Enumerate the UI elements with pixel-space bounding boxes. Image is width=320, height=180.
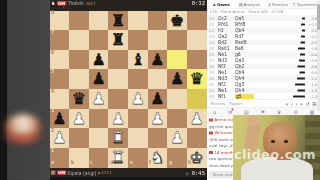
panel-scrollbar[interactable] (317, 1, 320, 111)
move-number: 28. (209, 64, 218, 69)
analysis-tab-icon: ▤ (238, 2, 242, 7)
file-label-f: f (149, 161, 151, 165)
black-move[interactable]: Qa5 (235, 16, 252, 21)
square-c7[interactable] (89, 30, 109, 50)
vcr-last[interactable]: » (300, 101, 303, 107)
square-b6[interactable] (69, 50, 89, 70)
white-rook-d2[interactable]: ♜ (108, 128, 128, 148)
square-d2[interactable]: ♜ (108, 128, 128, 148)
bottom-title-badge: GM (57, 170, 66, 175)
square-b7[interactable] (69, 30, 89, 50)
chess-board[interactable]: ♜♚♜♟♝♟♟♟♛♛♟♟♟♟♟♟♟♟♟♜♟♜♞♚87654321abcdefgh (50, 11, 207, 168)
vcr-controls: «‹›»↺⊞ (285, 101, 316, 107)
eval-value: -2.3 (305, 95, 317, 99)
notification-dot (231, 109, 233, 111)
white-pawn-b3[interactable]: ♟ (69, 109, 89, 129)
rank-label-5: 5 (51, 70, 54, 74)
square-g6[interactable] (167, 50, 187, 70)
panel-tabs: ♟Game▤Analysis♙Practice♖Tournament (207, 0, 320, 9)
move-number: 33. (209, 94, 218, 99)
export-button[interactable]: Export (229, 101, 242, 106)
white-move[interactable]: Nf2 (218, 82, 235, 87)
square-h7[interactable] (187, 30, 207, 50)
square-h6[interactable] (187, 50, 207, 70)
move-number: 21. (209, 22, 218, 27)
eval-bar (301, 24, 305, 26)
eval-value: 0.0 (305, 17, 317, 21)
white-move[interactable]: Ne1 (218, 70, 235, 75)
rank-label-1: 1 (51, 149, 54, 153)
square-f7[interactable] (148, 30, 168, 50)
white-move[interactable]: Qe2 (218, 34, 235, 39)
square-c5[interactable]: ♟ (89, 69, 109, 89)
black-queen-b4[interactable]: ♛ (69, 89, 89, 109)
black-king-g8[interactable]: ♚ (167, 11, 187, 31)
move-list: 20.Qc2Qa50.021.Rfd1Rfd8+0.222.h3Qb40.023… (207, 16, 320, 100)
vcr-next[interactable]: › (295, 101, 297, 107)
vcr-expand[interactable]: ⊞ (312, 101, 316, 107)
black-move[interactable]: Qh4 (235, 88, 252, 93)
watermark: clideo.com (234, 147, 316, 162)
file-label-b: b (71, 161, 74, 165)
vcr-replay[interactable]: ↺ (305, 101, 309, 107)
square-c4[interactable]: ♟ (89, 89, 109, 109)
white-move[interactable]: Qc2 (218, 16, 235, 21)
square-g4[interactable] (167, 89, 187, 109)
review-button[interactable]: Review (211, 101, 225, 106)
bottom-clock: ◔ 0:45 (185, 169, 206, 176)
move-number: 30. (209, 76, 218, 81)
grid-icon[interactable]: ▦ (309, 109, 314, 115)
square-h2[interactable] (187, 128, 207, 148)
black-bishop-e6[interactable]: ♝ (128, 50, 148, 70)
black-move[interactable]: Rfd8 (235, 22, 252, 27)
square-d7[interactable]: ♜ (108, 30, 128, 50)
black-rook-d8[interactable]: ♜ (108, 11, 128, 31)
black-move[interactable]: Qb4 (235, 28, 252, 33)
eval-value: -0.9 (305, 65, 317, 69)
move-number: 22. (209, 28, 218, 33)
square-e2[interactable] (128, 128, 148, 148)
square-e3[interactable] (128, 109, 148, 129)
streamer-hand (247, 116, 259, 126)
square-f8[interactable] (148, 11, 168, 31)
file-label-c: c (90, 161, 93, 165)
square-f6[interactable]: ♟ (148, 50, 168, 70)
bottom-player-rating: 2712 (101, 170, 111, 175)
stream-frame: ♞ GM Thalvik 2657 0:32 ♗ ♘ ♜♚♜♟♝♟♟♟♛♛♟♟♟… (0, 0, 320, 180)
practice-tab-icon: ♙ (267, 2, 271, 7)
eval-bar (300, 54, 305, 56)
clock-icon: ◔ (185, 170, 188, 175)
eval-value: 0.0 (305, 29, 317, 33)
eval-value: -1.0 (305, 89, 317, 93)
eval-bar (299, 72, 305, 74)
rank-label-8: 8 (51, 11, 54, 15)
eval-bar (297, 66, 305, 68)
eval-value: -0.4 (305, 53, 317, 57)
avatar (51, 170, 56, 175)
eval-bar (300, 42, 305, 44)
bottom-player-bar: GM Kipala (angi) 2712 ◔ 0:45 (50, 168, 207, 178)
bottom-player-name[interactable]: Kipala (angi) (67, 170, 95, 175)
eval-bar (298, 48, 305, 50)
eval-bar (299, 60, 305, 62)
square-d3[interactable]: ♟ (108, 109, 128, 129)
black-move[interactable]: Qb2 (235, 64, 252, 69)
eval-value: -0.5 (305, 71, 317, 75)
black-move[interactable]: Qa3 (235, 58, 252, 63)
home-icon[interactable]: ⌂ (212, 109, 215, 115)
settings-icon[interactable]: ⚙ (293, 109, 297, 115)
square-e6[interactable]: ♝ (128, 50, 148, 70)
white-pawn-d3[interactable]: ♟ (108, 109, 128, 129)
eval-value: -0.3 (305, 41, 317, 45)
square-b8[interactable] (69, 11, 89, 31)
black-pawn-f6[interactable]: ♟ (148, 50, 168, 70)
eval-value: -1.1 (305, 77, 317, 81)
white-pawn-c4[interactable]: ♟ (89, 89, 109, 109)
move-number: 29. (209, 70, 218, 75)
square-f3[interactable]: ♟ (148, 109, 168, 129)
square-e7[interactable] (128, 30, 148, 50)
game-header: 216. Titled Arena · Game 4/6 · 07:08 (207, 9, 320, 16)
rank-label-7: 7 (51, 31, 54, 35)
white-move[interactable]: Rfd1 (218, 22, 235, 27)
white-move[interactable]: Ne1 (218, 88, 235, 93)
black-move[interactable]: Qg3 (235, 82, 252, 87)
black-move[interactable]: g6 (235, 52, 252, 57)
white-move[interactable]: Nf2 (218, 64, 235, 69)
white-move[interactable]: Rd2 (218, 40, 235, 45)
square-b2[interactable] (69, 128, 89, 148)
bottom-clock-time: 0:45 (191, 169, 204, 176)
tab-game[interactable]: ♟Game (207, 0, 235, 8)
square-c3[interactable] (89, 109, 109, 129)
tab-practice[interactable]: ♙Practice (263, 0, 291, 8)
move-number: 25. (209, 46, 218, 51)
eval-bar (297, 90, 305, 92)
square-d4[interactable] (108, 89, 128, 109)
file-label-g: g (169, 161, 172, 165)
black-pawn-c5[interactable]: ♟ (89, 69, 109, 89)
eval-value: -0.6 (305, 59, 317, 63)
square-g7[interactable] (167, 30, 187, 50)
black-move[interactable]: Be6 (235, 46, 252, 51)
square-h3[interactable]: ♟ (187, 109, 207, 129)
move-number: 27. (209, 58, 218, 63)
white-move[interactable]: Nf1 (218, 94, 235, 99)
black-pawn-c6[interactable]: ♟ (89, 50, 109, 70)
square-b5[interactable] (69, 69, 89, 89)
black-move-current[interactable]: g5 (235, 94, 254, 99)
square-h8[interactable] (187, 11, 207, 31)
square-c6[interactable]: ♟ (89, 50, 109, 70)
knight-icon: ♞ (51, 1, 55, 6)
square-g5[interactable]: ♟ (167, 69, 187, 89)
white-move[interactable]: Rad1 (218, 46, 235, 51)
white-pawn-g2[interactable]: ♟ (167, 128, 187, 148)
file-label-h: h (188, 161, 191, 165)
white-move[interactable]: Nd3 (218, 76, 235, 81)
square-e4[interactable]: ♟ (128, 89, 148, 109)
white-pawn-f3[interactable]: ♟ (148, 109, 168, 129)
eval-value: -0.8 (305, 47, 317, 51)
black-move[interactable]: Rd7 (235, 34, 252, 39)
white-pawn-e4[interactable]: ♟ (128, 89, 148, 109)
square-g2[interactable]: ♟ (167, 128, 187, 148)
eval-value: -0.2 (305, 35, 317, 39)
file-label-e: e (130, 161, 133, 165)
pieces-icon[interactable]: ♛ (277, 109, 281, 115)
rank-label-6: 6 (51, 51, 54, 55)
white-move[interactable]: h3 (218, 28, 235, 33)
square-b3[interactable]: ♟ (69, 109, 89, 129)
eval-bar (293, 96, 305, 98)
rank-label-3: 3 (51, 109, 54, 113)
black-move[interactable]: Rad8 (235, 40, 252, 45)
top-captured-pieces: ♗ ♘ (62, 6, 72, 11)
black-queen-h5[interactable]: ♛ (187, 69, 207, 89)
square-e5[interactable] (128, 69, 148, 89)
top-clock: 0:32 (191, 0, 206, 7)
file-label-a: a (51, 161, 54, 165)
square-c2[interactable] (89, 128, 109, 148)
black-move[interactable]: Qh4 (235, 76, 252, 81)
top-player-bar: ♞ GM Thalvik 2657 0:32 ♗ ♘ (50, 0, 207, 11)
square-d6[interactable] (108, 50, 128, 70)
vcr-prev[interactable]: ‹ (291, 101, 293, 107)
background-blur-blob-base (0, 132, 46, 144)
square-h5[interactable]: ♛ (187, 69, 207, 89)
white-move[interactable]: Nd3 (218, 58, 235, 63)
top-player-rating: 2657 (85, 1, 95, 6)
rank-label-2: 2 (51, 129, 54, 133)
board-list-icon[interactable]: ▤ (244, 109, 249, 115)
square-g3[interactable] (167, 109, 187, 129)
tab-analysis[interactable]: ▤Analysis (235, 0, 263, 8)
square-d5[interactable] (108, 69, 128, 89)
black-pawn-g5[interactable]: ♟ (167, 69, 187, 89)
move-number: 32. (209, 88, 218, 93)
eval-value: -1.6 (305, 83, 317, 87)
square-e8[interactable] (128, 11, 148, 31)
webcam-video: clideo.com (233, 115, 320, 180)
black-rook-d7[interactable]: ♜ (108, 30, 128, 50)
move-number: 26. (209, 52, 218, 57)
move-number: 24. (209, 40, 218, 45)
black-move[interactable]: Qb4 (235, 70, 252, 75)
move-number: 20. (209, 16, 218, 21)
square-f5[interactable] (148, 69, 168, 89)
tournament-tab-icon: ♖ (292, 2, 296, 7)
move-number: 23. (209, 34, 218, 39)
move-number: 31. (209, 82, 218, 87)
eval-bar (295, 84, 305, 86)
square-f2[interactable] (148, 128, 168, 148)
vcr-first[interactable]: « (285, 101, 288, 107)
eval-bar (297, 78, 305, 80)
black-pawn-f4[interactable]: ♟ (148, 89, 168, 109)
square-c8[interactable] (89, 11, 109, 31)
game-tab-icon: ♟ (212, 2, 216, 7)
board-shadow (50, 177, 207, 180)
scrollbar-thumb[interactable] (317, 4, 320, 30)
flag-icon[interactable]: ⚑ (260, 109, 264, 115)
square-b4[interactable]: ♛ (69, 89, 89, 109)
square-d8[interactable]: ♜ (108, 11, 128, 31)
square-g8[interactable]: ♚ (167, 11, 187, 31)
white-move[interactable]: Ne1 (218, 52, 235, 57)
file-label-d: d (110, 161, 113, 165)
eval-value: +0.2 (305, 23, 317, 27)
square-h4[interactable] (187, 89, 207, 109)
white-pawn-h3[interactable]: ♟ (187, 109, 207, 129)
move-list-footer: Review Export «‹›»↺⊞ (207, 100, 320, 108)
square-f4[interactable]: ♟ (148, 89, 168, 109)
eval-bar (301, 36, 305, 38)
tab-tournament[interactable]: ♖Tournament (292, 0, 320, 8)
online-dot-icon (97, 171, 99, 173)
messages-icon[interactable]: ✉ (228, 109, 232, 115)
rank-label-4: 4 (51, 90, 54, 94)
